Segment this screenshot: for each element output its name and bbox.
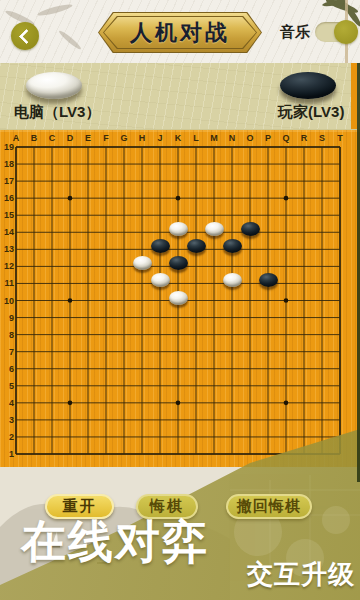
- col-label-E: E: [81, 133, 95, 143]
- white-stone-K10: ○: [169, 291, 188, 305]
- row-label-16: 16: [1, 193, 14, 203]
- redo-move-button[interactable]: 撤回悔棋: [226, 494, 312, 519]
- row-label-13: 13: [1, 244, 14, 254]
- col-label-N: N: [225, 133, 239, 143]
- white-stone-J11: ○: [151, 273, 170, 287]
- row-label-17: 17: [1, 176, 14, 186]
- col-label-L: L: [189, 133, 203, 143]
- back-button[interactable]: [11, 22, 39, 50]
- row-label-4: 4: [1, 398, 14, 408]
- music-toggle-knob: [334, 20, 358, 44]
- row-label-5: 5: [1, 381, 14, 391]
- col-label-B: B: [27, 133, 41, 143]
- black-stone-O14: ●: [241, 222, 260, 236]
- row-label-1: 1: [1, 449, 14, 459]
- col-label-K: K: [171, 133, 185, 143]
- col-label-H: H: [135, 133, 149, 143]
- row-label-6: 6: [1, 364, 14, 374]
- row-label-15: 15: [1, 210, 14, 220]
- black-stone-L13: ●: [187, 239, 206, 253]
- music-toggle[interactable]: [315, 22, 356, 42]
- col-label-O: O: [243, 133, 257, 143]
- back-chevron-icon: [19, 29, 35, 45]
- black-stone-N13: ●: [223, 239, 242, 253]
- row-label-14: 14: [1, 227, 14, 237]
- row-label-11: 11: [1, 278, 14, 288]
- col-label-J: J: [153, 133, 167, 143]
- online-play-banner[interactable]: 在线对弈: [21, 512, 209, 572]
- col-label-P: P: [261, 133, 275, 143]
- row-label-10: 10: [1, 296, 14, 306]
- col-label-D: D: [63, 133, 77, 143]
- human-player-label: 玩家(LV3): [278, 103, 344, 122]
- row-label-8: 8: [1, 330, 14, 340]
- row-label-2: 2: [1, 432, 14, 442]
- col-label-G: G: [117, 133, 131, 143]
- row-label-18: 18: [1, 159, 14, 169]
- col-label-S: S: [315, 133, 329, 143]
- black-stone-P11: ●: [259, 273, 278, 287]
- black-stone-avatar: [280, 72, 336, 99]
- page-title: 人机对战: [98, 12, 262, 53]
- white-stone-K14: ○: [169, 222, 188, 236]
- row-label-7: 7: [1, 347, 14, 357]
- col-label-R: R: [297, 133, 311, 143]
- col-label-Q: Q: [279, 133, 293, 143]
- col-label-T: T: [333, 133, 347, 143]
- col-label-F: F: [99, 133, 113, 143]
- white-stone-M14: ○: [205, 222, 224, 236]
- col-label-C: C: [45, 133, 59, 143]
- white-stone-H12: ○: [133, 256, 152, 270]
- row-label-19: 19: [1, 142, 14, 152]
- col-label-M: M: [207, 133, 221, 143]
- row-label-9: 9: [1, 313, 14, 323]
- white-stone-N11: ○: [223, 273, 242, 287]
- white-stone-avatar: [26, 72, 82, 99]
- gomoku-board[interactable]: ABCDEFGHJKLMNOPQRST 19181716151413121110…: [0, 129, 360, 468]
- music-label: 音乐: [280, 23, 310, 42]
- top-bar: 人机对战 音乐: [0, 0, 360, 63]
- banner-tagline: 交互升级: [247, 557, 355, 592]
- row-label-12: 12: [1, 261, 14, 271]
- title-plaque: 人机对战: [98, 12, 262, 53]
- row-label-3: 3: [1, 415, 14, 425]
- black-stone-J13: ●: [151, 239, 170, 253]
- computer-player-label: 电脑（LV3）: [14, 103, 100, 122]
- black-stone-K12: ●: [169, 256, 188, 270]
